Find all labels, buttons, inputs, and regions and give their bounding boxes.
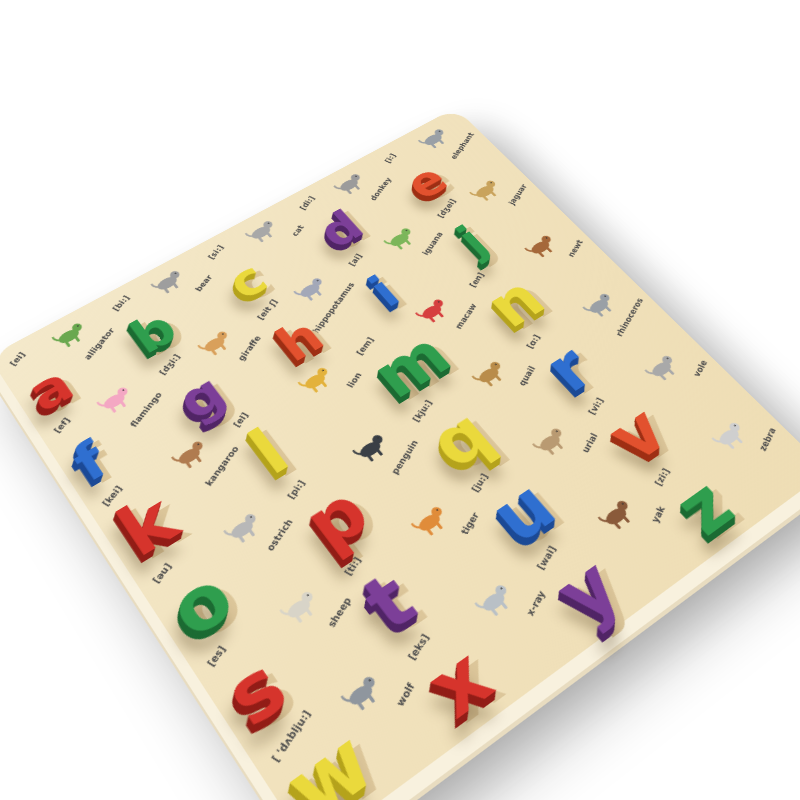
- animal-name-o: ostrich: [264, 517, 295, 552]
- animal-name-e: elephant: [448, 131, 475, 160]
- bear-illustration: [148, 266, 190, 298]
- photo-background: [ei]alligatoraa[bi:]bearbb[si:]catcc[di:…: [0, 0, 800, 800]
- alligator-illustration: [48, 319, 92, 353]
- animal-name-w: wolf: [394, 680, 417, 707]
- cat-illustration: [242, 217, 283, 247]
- yak-illustration: [594, 495, 642, 536]
- animal-name-b: bear: [193, 274, 214, 293]
- quail-illustration: [468, 357, 512, 392]
- animal-name-z: zebra: [757, 426, 778, 453]
- phonetic-label-j: [dʒei]: [436, 198, 458, 220]
- elephant-illustration: [415, 125, 454, 152]
- phonetic-label-g: [dʒi:]: [157, 353, 182, 377]
- newt-illustration: [521, 231, 562, 262]
- animal-name-n: newt: [566, 238, 585, 258]
- board-rotation-wrapper: [ei]alligatoraa[bi:]bearbb[si:]catcc[di:…: [0, 108, 800, 800]
- animal-name-u: urial: [579, 432, 599, 455]
- animal-name-d: donkey: [368, 176, 393, 202]
- phonetic-label-c: [si:]: [206, 244, 225, 261]
- phonetic-label-d: [di:]: [297, 195, 316, 212]
- animal-name-q: quail: [516, 365, 537, 388]
- phonetic-label-b: [bi:]: [110, 294, 131, 313]
- donkey-illustration: [331, 170, 371, 199]
- phonetic-label-e: [i:]: [383, 152, 398, 164]
- animal-name-j: jaguar: [506, 183, 528, 206]
- animal-name-x: x-ray: [523, 588, 547, 617]
- animal-name-c: cat: [290, 224, 306, 238]
- animal-name-y: yak: [649, 504, 667, 524]
- animal-name-t: tiger: [459, 511, 482, 537]
- puzzle-board: [ei]alligatoraa[bi:]bearbb[si:]catcc[di:…: [0, 108, 800, 800]
- x-ray-illustration: [471, 579, 520, 623]
- animal-name-i: iguana: [420, 231, 444, 257]
- animal-name-v: vole: [691, 359, 709, 379]
- urial-illustration: [529, 423, 575, 461]
- jaguar-illustration: [466, 177, 506, 206]
- phonetic-label-i: [ai]: [347, 253, 364, 268]
- phonetic-label-f: [ef]: [52, 416, 73, 435]
- phonetic-label-a: [ei]: [8, 350, 28, 367]
- letter-piece-f[interactable]: ff: [66, 436, 115, 488]
- rhinoceros-illustration: [579, 289, 622, 322]
- animal-name-g: giraffe: [236, 334, 263, 362]
- vole-illustration: [641, 351, 685, 386]
- animal-name-m: macaw: [453, 302, 478, 330]
- iguana-illustration: [381, 224, 422, 255]
- animal-name-s: sheep: [325, 596, 353, 630]
- phonetic-label-h: [eit ʃ]: [255, 298, 279, 321]
- zebra-illustration: [708, 417, 754, 455]
- animal-name-l: lion: [345, 370, 364, 388]
- animal-name-p: penguin: [389, 438, 420, 476]
